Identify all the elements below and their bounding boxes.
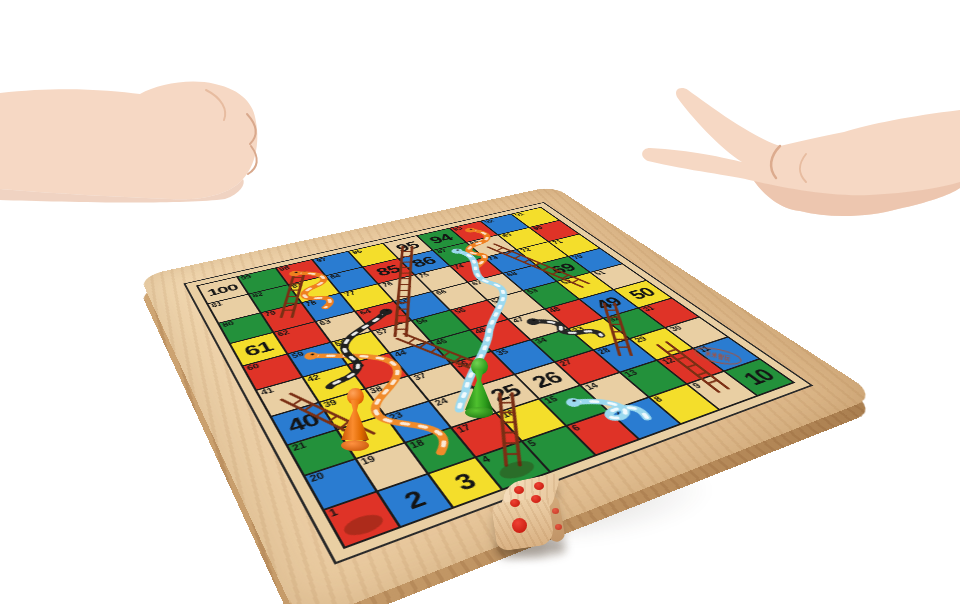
square-number: 61 (241, 338, 276, 359)
die-pip (552, 508, 559, 514)
pawn-orange[interactable] (340, 388, 370, 446)
square-number: 98 (278, 266, 291, 273)
pawn-green[interactable] (464, 358, 494, 413)
die-pip (531, 495, 541, 503)
square-number: 26 (527, 368, 568, 392)
square-number: 93 (452, 226, 465, 232)
die-pip (555, 524, 562, 530)
wooden-die[interactable] (492, 478, 564, 552)
die-pip (512, 518, 527, 533)
square-number: 95 (393, 240, 423, 255)
pawn-body (465, 370, 493, 410)
square-number: 96 (351, 249, 364, 255)
brand-label: 米米智玩 (704, 349, 731, 363)
die-pip (514, 486, 524, 494)
square-number: 3 (449, 468, 481, 495)
square-number: 6 (570, 424, 583, 434)
pawn-body (341, 400, 369, 440)
square-number: 94 (426, 232, 456, 246)
square-number: 40 (283, 410, 323, 437)
square-number: 8 (652, 395, 665, 404)
square-number: 10 (737, 365, 780, 388)
die-pip (534, 482, 544, 490)
square-number: 97 (315, 257, 328, 263)
square-number: 85 (373, 263, 405, 279)
pawn-base (341, 440, 369, 451)
square-number: 100 (205, 282, 240, 299)
square-number: 5 (526, 439, 539, 449)
square-number: 99 (240, 274, 253, 281)
square-number: 49 (591, 295, 627, 313)
hand-scissors-icon (630, 76, 960, 236)
square-number: 4 (480, 455, 493, 466)
hand-rock-icon (0, 72, 270, 222)
square-number: 1 (327, 507, 340, 519)
square-number: 86 (408, 255, 439, 270)
square-number: 2 (399, 486, 430, 514)
square-number: 69 (546, 261, 579, 277)
scene: 1234567891011121314151617181920212223242… (0, 0, 960, 604)
die-pip (510, 499, 520, 507)
square-number: 50 (624, 285, 660, 302)
square-number: 7 (612, 409, 625, 418)
pawn-base (465, 407, 493, 418)
